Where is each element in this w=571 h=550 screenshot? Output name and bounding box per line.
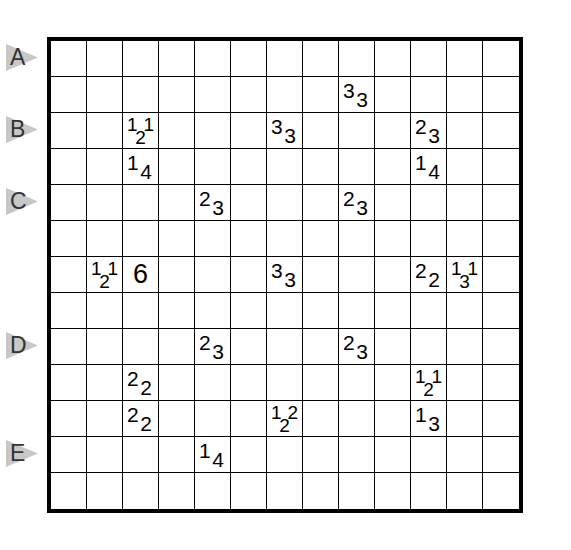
empty-cell-r7c4[interactable] xyxy=(159,257,195,293)
empty-cell-r11c8[interactable] xyxy=(303,401,339,437)
empty-cell-r5c3[interactable] xyxy=(123,185,159,221)
tapa-grid: 3312133231414232312163322131232322121221… xyxy=(47,37,523,513)
clue-cell-r3c7: 33 xyxy=(267,113,303,149)
empty-cell-r3c4[interactable] xyxy=(159,113,195,149)
empty-cell-r10c8[interactable] xyxy=(303,365,339,401)
empty-cell-r12c12[interactable] xyxy=(447,437,483,473)
empty-cell-r10c1[interactable] xyxy=(51,365,87,401)
empty-cell-r5c1[interactable] xyxy=(51,185,87,221)
empty-cell-r1c7[interactable] xyxy=(267,41,303,77)
clue-cell-r4c11: 14 xyxy=(411,149,447,185)
empty-cell-r13c4[interactable] xyxy=(159,473,195,509)
empty-cell-r7c9[interactable] xyxy=(339,257,375,293)
empty-cell-r8c11[interactable] xyxy=(411,293,447,329)
empty-cell-r6c11[interactable] xyxy=(411,221,447,257)
empty-cell-r2c2[interactable] xyxy=(87,77,123,113)
empty-cell-r7c10[interactable] xyxy=(375,257,411,293)
clue-cell-r7c7: 33 xyxy=(267,257,303,293)
clue-digit: 3 xyxy=(428,125,440,146)
empty-cell-r2c7[interactable] xyxy=(267,77,303,113)
clue-cell-r3c11: 23 xyxy=(411,113,447,149)
empty-cell-r1c3[interactable] xyxy=(123,41,159,77)
empty-cell-r2c1[interactable] xyxy=(51,77,87,113)
empty-cell-r12c1[interactable] xyxy=(51,437,87,473)
empty-cell-r9c13[interactable] xyxy=(483,329,519,365)
empty-cell-r1c4[interactable] xyxy=(159,41,195,77)
empty-cell-r13c12[interactable] xyxy=(447,473,483,509)
empty-cell-r11c12[interactable] xyxy=(447,401,483,437)
clue-digit: 3 xyxy=(271,260,283,281)
empty-cell-r8c6[interactable] xyxy=(231,293,267,329)
empty-cell-r5c10[interactable] xyxy=(375,185,411,221)
clue-digit: 6 xyxy=(133,260,148,287)
empty-cell-r4c4[interactable] xyxy=(159,149,195,185)
row-label-A: A xyxy=(6,44,38,71)
empty-cell-r7c13[interactable] xyxy=(483,257,519,293)
row-label-D: D xyxy=(6,332,38,359)
clue-digit: 3 xyxy=(271,116,283,137)
clue-digit: 4 xyxy=(140,161,152,182)
empty-cell-r13c9[interactable] xyxy=(339,473,375,509)
empty-cell-r9c7[interactable] xyxy=(267,329,303,365)
empty-cell-r7c8[interactable] xyxy=(303,257,339,293)
empty-cell-r12c3[interactable] xyxy=(123,437,159,473)
empty-cell-r1c2[interactable] xyxy=(87,41,123,77)
empty-cell-r1c5[interactable] xyxy=(195,41,231,77)
clue-digit: 3 xyxy=(284,269,296,290)
row-label-C: C xyxy=(6,188,38,215)
empty-cell-r11c1[interactable] xyxy=(51,401,87,437)
empty-cell-r6c8[interactable] xyxy=(303,221,339,257)
empty-cell-r10c5[interactable] xyxy=(195,365,231,401)
empty-cell-r10c2[interactable] xyxy=(87,365,123,401)
row-label-letter: C xyxy=(10,187,27,214)
clue-cell-r3c3: 121 xyxy=(123,113,159,149)
row-label-letter: D xyxy=(10,331,27,358)
empty-cell-r3c2[interactable] xyxy=(87,113,123,149)
empty-cell-r12c9[interactable] xyxy=(339,437,375,473)
empty-cell-r5c7[interactable] xyxy=(267,185,303,221)
clue-digit: 3 xyxy=(212,197,224,218)
clue-cell-r7c2: 121 xyxy=(87,257,123,293)
empty-cell-r4c13[interactable] xyxy=(483,149,519,185)
row-label-letter: A xyxy=(10,43,25,70)
clue-digit: 2 xyxy=(199,332,211,353)
empty-cell-r1c10[interactable] xyxy=(375,41,411,77)
clue-cell-r10c3: 22 xyxy=(123,365,159,401)
empty-cell-r11c9[interactable] xyxy=(339,401,375,437)
empty-cell-r10c12[interactable] xyxy=(447,365,483,401)
empty-cell-r11c13[interactable] xyxy=(483,401,519,437)
empty-cell-r6c2[interactable] xyxy=(87,221,123,257)
clue-digit: 2 xyxy=(287,403,298,422)
empty-cell-r2c4[interactable] xyxy=(159,77,195,113)
empty-cell-r9c4[interactable] xyxy=(159,329,195,365)
empty-cell-r1c6[interactable] xyxy=(231,41,267,77)
clue-digit: 2 xyxy=(415,260,427,281)
empty-cell-r4c12[interactable] xyxy=(447,149,483,185)
empty-cell-r12c11[interactable] xyxy=(411,437,447,473)
empty-cell-r11c6[interactable] xyxy=(231,401,267,437)
clue-digit: 1 xyxy=(199,440,211,461)
empty-cell-r2c11[interactable] xyxy=(411,77,447,113)
empty-cell-r11c10[interactable] xyxy=(375,401,411,437)
empty-cell-r10c10[interactable] xyxy=(375,365,411,401)
empty-cell-r1c1[interactable] xyxy=(51,41,87,77)
clue-cell-r7c11: 22 xyxy=(411,257,447,293)
empty-cell-r6c12[interactable] xyxy=(447,221,483,257)
clue-digit: 3 xyxy=(284,125,296,146)
empty-cell-r4c8[interactable] xyxy=(303,149,339,185)
empty-cell-r10c13[interactable] xyxy=(483,365,519,401)
empty-cell-r4c1[interactable] xyxy=(51,149,87,185)
clue-cell-r5c9: 23 xyxy=(339,185,375,221)
clue-digit: 1 xyxy=(127,152,139,173)
empty-cell-r3c12[interactable] xyxy=(447,113,483,149)
clue-cell-r9c5: 23 xyxy=(195,329,231,365)
empty-cell-r2c5[interactable] xyxy=(195,77,231,113)
empty-cell-r13c6[interactable] xyxy=(231,473,267,509)
empty-cell-r2c13[interactable] xyxy=(483,77,519,113)
empty-cell-r10c9[interactable] xyxy=(339,365,375,401)
row-label-E: E xyxy=(6,440,38,467)
empty-cell-r3c13[interactable] xyxy=(483,113,519,149)
clue-digit: 1 xyxy=(107,259,118,278)
empty-cell-r1c11[interactable] xyxy=(411,41,447,77)
empty-cell-r13c11[interactable] xyxy=(411,473,447,509)
clue-cell-r9c9: 23 xyxy=(339,329,375,365)
empty-cell-r5c11[interactable] xyxy=(411,185,447,221)
clue-digit: 2 xyxy=(343,332,355,353)
empty-cell-r7c6[interactable] xyxy=(231,257,267,293)
clue-digit: 2 xyxy=(127,404,139,425)
clue-digit: 3 xyxy=(356,197,368,218)
clue-digit: 2 xyxy=(343,188,355,209)
clue-digit: 2 xyxy=(415,116,427,137)
empty-cell-r6c13[interactable] xyxy=(483,221,519,257)
clue-digit: 3 xyxy=(356,341,368,362)
empty-cell-r13c2[interactable] xyxy=(87,473,123,509)
empty-cell-r8c8[interactable] xyxy=(303,293,339,329)
empty-cell-r9c11[interactable] xyxy=(411,329,447,365)
empty-cell-r4c9[interactable] xyxy=(339,149,375,185)
empty-cell-r2c12[interactable] xyxy=(447,77,483,113)
empty-cell-r12c6[interactable] xyxy=(231,437,267,473)
row-label-letter: E xyxy=(10,439,25,466)
empty-cell-r11c5[interactable] xyxy=(195,401,231,437)
empty-cell-r8c4[interactable] xyxy=(159,293,195,329)
empty-cell-r13c13[interactable] xyxy=(483,473,519,509)
empty-cell-r2c6[interactable] xyxy=(231,77,267,113)
clue-cell-r11c11: 13 xyxy=(411,401,447,437)
empty-cell-r13c3[interactable] xyxy=(123,473,159,509)
empty-cell-r3c9[interactable] xyxy=(339,113,375,149)
empty-cell-r9c2[interactable] xyxy=(87,329,123,365)
empty-cell-r6c10[interactable] xyxy=(375,221,411,257)
empty-cell-r4c10[interactable] xyxy=(375,149,411,185)
empty-cell-r8c5[interactable] xyxy=(195,293,231,329)
empty-cell-r3c1[interactable] xyxy=(51,113,87,149)
empty-cell-r3c10[interactable] xyxy=(375,113,411,149)
empty-cell-r5c4[interactable] xyxy=(159,185,195,221)
clue-digit: 2 xyxy=(140,413,152,434)
empty-cell-r5c13[interactable] xyxy=(483,185,519,221)
clue-cell-r4c3: 14 xyxy=(123,149,159,185)
empty-cell-r12c10[interactable] xyxy=(375,437,411,473)
empty-cell-r8c7[interactable] xyxy=(267,293,303,329)
tapa-puzzle-page: ABCDE 3312133231414232312163322131232322… xyxy=(0,0,571,550)
empty-cell-r1c8[interactable] xyxy=(303,41,339,77)
empty-cell-r11c4[interactable] xyxy=(159,401,195,437)
empty-cell-r9c10[interactable] xyxy=(375,329,411,365)
empty-cell-r6c4[interactable] xyxy=(159,221,195,257)
empty-cell-r5c6[interactable] xyxy=(231,185,267,221)
clue-cell-r11c7: 122 xyxy=(267,401,303,437)
empty-cell-r7c1[interactable] xyxy=(51,257,87,293)
clue-digit: 3 xyxy=(428,413,440,434)
empty-cell-r13c8[interactable] xyxy=(303,473,339,509)
clue-digit: 1 xyxy=(415,152,427,173)
empty-cell-r8c9[interactable] xyxy=(339,293,375,329)
empty-cell-r8c3[interactable] xyxy=(123,293,159,329)
empty-cell-r4c5[interactable] xyxy=(195,149,231,185)
clue-digit: 2 xyxy=(428,269,440,290)
clue-digit: 4 xyxy=(428,161,440,182)
empty-cell-r8c2[interactable] xyxy=(87,293,123,329)
clue-digit: 2 xyxy=(140,377,152,398)
empty-cell-r9c3[interactable] xyxy=(123,329,159,365)
clue-digit: 3 xyxy=(356,89,368,110)
empty-cell-r3c5[interactable] xyxy=(195,113,231,149)
empty-cell-r6c3[interactable] xyxy=(123,221,159,257)
row-label-B: B xyxy=(6,116,38,143)
empty-cell-r5c12[interactable] xyxy=(447,185,483,221)
empty-cell-r10c7[interactable] xyxy=(267,365,303,401)
empty-cell-r9c6[interactable] xyxy=(231,329,267,365)
clue-digit: 1 xyxy=(143,115,154,134)
empty-cell-r10c6[interactable] xyxy=(231,365,267,401)
empty-cell-r6c1[interactable] xyxy=(51,221,87,257)
clue-cell-r12c5: 14 xyxy=(195,437,231,473)
clue-digit: 1 xyxy=(467,259,478,278)
clue-cell-r7c12: 131 xyxy=(447,257,483,293)
empty-cell-r8c1[interactable] xyxy=(51,293,87,329)
clue-cell-r10c11: 121 xyxy=(411,365,447,401)
row-label-letter: B xyxy=(10,115,25,142)
empty-cell-r12c8[interactable] xyxy=(303,437,339,473)
clue-cell-r2c9: 33 xyxy=(339,77,375,113)
clue-digit: 3 xyxy=(343,80,355,101)
empty-cell-r3c8[interactable] xyxy=(303,113,339,149)
empty-cell-r2c8[interactable] xyxy=(303,77,339,113)
empty-cell-r8c10[interactable] xyxy=(375,293,411,329)
clue-digit: 2 xyxy=(199,188,211,209)
clue-cell-r11c3: 22 xyxy=(123,401,159,437)
empty-cell-r1c12[interactable] xyxy=(447,41,483,77)
empty-cell-r13c7[interactable] xyxy=(267,473,303,509)
empty-cell-r10c4[interactable] xyxy=(159,365,195,401)
empty-cell-r8c12[interactable] xyxy=(447,293,483,329)
empty-cell-r12c2[interactable] xyxy=(87,437,123,473)
clue-digit: 1 xyxy=(431,367,442,386)
clue-digit: 1 xyxy=(415,404,427,425)
empty-cell-r8c13[interactable] xyxy=(483,293,519,329)
empty-cell-r9c8[interactable] xyxy=(303,329,339,365)
empty-cell-r12c4[interactable] xyxy=(159,437,195,473)
empty-cell-r12c7[interactable] xyxy=(267,437,303,473)
clue-digit: 2 xyxy=(127,368,139,389)
clue-digit: 3 xyxy=(212,341,224,362)
empty-cell-r6c7[interactable] xyxy=(267,221,303,257)
empty-cell-r13c1[interactable] xyxy=(51,473,87,509)
empty-cell-r11c2[interactable] xyxy=(87,401,123,437)
clue-digit: 4 xyxy=(212,449,224,470)
empty-cell-r9c12[interactable] xyxy=(447,329,483,365)
empty-cell-r9c1[interactable] xyxy=(51,329,87,365)
empty-cell-r5c2[interactable] xyxy=(87,185,123,221)
empty-cell-r4c6[interactable] xyxy=(231,149,267,185)
empty-cell-r4c2[interactable] xyxy=(87,149,123,185)
empty-cell-r1c13[interactable] xyxy=(483,41,519,77)
empty-cell-r6c5[interactable] xyxy=(195,221,231,257)
empty-cell-r13c10[interactable] xyxy=(375,473,411,509)
empty-cell-r3c6[interactable] xyxy=(231,113,267,149)
empty-cell-r2c3[interactable] xyxy=(123,77,159,113)
empty-cell-r5c8[interactable] xyxy=(303,185,339,221)
empty-cell-r2c10[interactable] xyxy=(375,77,411,113)
empty-cell-r13c5[interactable] xyxy=(195,473,231,509)
empty-cell-r4c7[interactable] xyxy=(267,149,303,185)
empty-cell-r6c9[interactable] xyxy=(339,221,375,257)
empty-cell-r1c9[interactable] xyxy=(339,41,375,77)
clue-cell-r5c5: 23 xyxy=(195,185,231,221)
empty-cell-r6c6[interactable] xyxy=(231,221,267,257)
clue-cell-r7c3: 6 xyxy=(123,257,159,293)
empty-cell-r7c5[interactable] xyxy=(195,257,231,293)
empty-cell-r12c13[interactable] xyxy=(483,437,519,473)
